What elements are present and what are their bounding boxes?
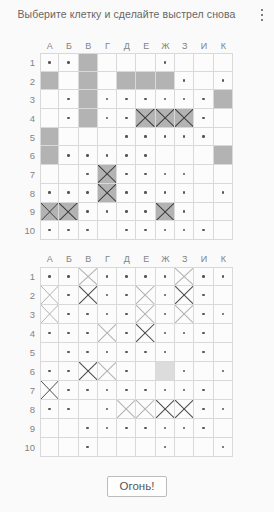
- enemy-cell-7-7[interactable]: [156, 381, 175, 400]
- enemy-cell-5-6[interactable]: [136, 343, 155, 362]
- enemy-cell-9-1[interactable]: [40, 419, 59, 438]
- shot-dot: [86, 173, 89, 176]
- own-cell-1-6: [136, 53, 155, 72]
- enemy-cell-7-9[interactable]: [194, 381, 213, 400]
- enemy-cell-3-3[interactable]: [79, 305, 98, 324]
- own-cell-4-10: [214, 109, 233, 128]
- enemy-cell-3-9[interactable]: [194, 305, 213, 324]
- enemy-cell-2-1[interactable]: [40, 286, 59, 305]
- enemy-cell-9-5[interactable]: [117, 419, 136, 438]
- own-cell-1-2: [59, 53, 78, 72]
- own-row-label-10: 10: [20, 221, 40, 240]
- enemy-cell-6-6[interactable]: [136, 362, 155, 381]
- enemy-cell-9-4[interactable]: [98, 419, 117, 438]
- shot-dot: [164, 135, 167, 138]
- shot-dot: [183, 173, 186, 176]
- enemy-cell-9-2[interactable]: [59, 419, 78, 438]
- enemy-cell-5-4[interactable]: [98, 343, 117, 362]
- own-cell-5-1: [40, 128, 59, 147]
- enemy-cell-9-7[interactable]: [156, 419, 175, 438]
- enemy-cell-10-3[interactable]: [79, 438, 98, 457]
- shot-dot: [164, 294, 167, 297]
- enemy-cell-4-9[interactable]: [194, 324, 213, 343]
- shot-dot: [183, 427, 186, 430]
- shot-dot: [86, 210, 89, 213]
- enemy-cell-8-7[interactable]: [156, 400, 175, 419]
- own-board: АБВГДЕЖЗИК12345678910: [20, 40, 274, 240]
- enemy-cell-4-5[interactable]: [117, 324, 136, 343]
- shot-dot: [106, 98, 109, 101]
- enemy-cell-7-10[interactable]: [214, 381, 233, 400]
- own-cell-7-9: [194, 165, 213, 184]
- enemy-cell-10-4[interactable]: [98, 438, 117, 457]
- enemy-col-label-4: Г: [98, 253, 117, 267]
- shot-dot: [106, 210, 109, 213]
- own-cell-9-7: [156, 203, 175, 222]
- own-cell-5-7: [156, 128, 175, 147]
- own-cell-1-7: [156, 53, 175, 72]
- enemy-cell-3-6[interactable]: [136, 305, 155, 324]
- shot-dot: [86, 389, 89, 392]
- enemy-cell-8-8[interactable]: [175, 400, 194, 419]
- enemy-cell-3-4[interactable]: [98, 305, 117, 324]
- own-row-label-6: 6: [20, 146, 40, 165]
- enemy-cell-1-1[interactable]: [40, 267, 59, 286]
- shot-dot: [67, 61, 70, 64]
- enemy-cell-8-6[interactable]: [136, 400, 155, 419]
- enemy-cell-4-10[interactable]: [214, 324, 233, 343]
- own-cell-7-6: [136, 165, 155, 184]
- shot-dot: [67, 313, 70, 316]
- own-cell-7-7: [156, 165, 175, 184]
- own-cell-9-4: [98, 203, 117, 222]
- shot-dot: [164, 351, 167, 354]
- shot-dot: [125, 135, 128, 138]
- enemy-cell-3-7[interactable]: [156, 305, 175, 324]
- enemy-cell-4-6[interactable]: [136, 324, 155, 343]
- own-row-label-5: 5: [20, 128, 40, 147]
- enemy-cell-10-10[interactable]: [214, 438, 233, 457]
- enemy-cell-10-5[interactable]: [117, 438, 136, 457]
- own-cell-10-9: [194, 221, 213, 240]
- shot-dot: [67, 191, 70, 194]
- own-cell-6-1: [40, 146, 59, 165]
- own-cell-1-1: [40, 53, 59, 72]
- enemy-cell-1-6[interactable]: [136, 267, 155, 286]
- own-cell-7-2: [59, 165, 78, 184]
- enemy-cell-4-4[interactable]: [98, 324, 117, 343]
- own-cell-4-8: [175, 109, 194, 128]
- enemy-cell-7-4[interactable]: [98, 381, 117, 400]
- shot-dot: [125, 191, 128, 194]
- shot-dot: [125, 427, 128, 430]
- shot-dot: [164, 332, 167, 335]
- button-row: Огонь!: [0, 476, 274, 497]
- enemy-col-label-1: А: [40, 253, 59, 267]
- shot-dot: [164, 229, 167, 232]
- enemy-cell-5-5[interactable]: [117, 343, 136, 362]
- shot-dot: [125, 275, 128, 278]
- enemy-cell-8-2[interactable]: [59, 400, 78, 419]
- enemy-cell-10-6[interactable]: [136, 438, 155, 457]
- own-cell-3-7: [156, 90, 175, 109]
- header: Выберите клетку и сделайте выстрел снова: [0, 0, 274, 35]
- own-cell-3-8: [175, 90, 194, 109]
- fire-button[interactable]: Огонь!: [107, 476, 168, 497]
- shot-dot: [106, 154, 109, 157]
- own-cell-3-5: [117, 90, 136, 109]
- enemy-col-label-5: Д: [117, 253, 136, 267]
- own-cell-3-3: [79, 90, 98, 109]
- enemy-cell-9-9[interactable]: [194, 419, 213, 438]
- shot-dot: [125, 173, 128, 176]
- enemy-cell-3-1[interactable]: [40, 305, 59, 324]
- shot-dot: [48, 191, 51, 194]
- own-cell-7-4: [98, 165, 117, 184]
- shot-dot: [106, 351, 109, 354]
- shot-dot: [222, 313, 225, 316]
- own-cell-4-4: [98, 109, 117, 128]
- enemy-cell-6-5[interactable]: [117, 362, 136, 381]
- enemy-cell-8-5[interactable]: [117, 400, 136, 419]
- shot-dot: [106, 408, 109, 411]
- own-cell-8-10: [214, 184, 233, 203]
- shot-dot: [86, 427, 89, 430]
- own-cell-4-1: [40, 109, 59, 128]
- shot-dot: [202, 294, 205, 297]
- enemy-cell-1-9[interactable]: [194, 267, 213, 286]
- own-cell-1-8: [175, 53, 194, 72]
- status-message: Выберите клетку и сделайте выстрел снова: [0, 5, 253, 20]
- enemy-cell-7-5[interactable]: [117, 381, 136, 400]
- enemy-cell-6-10[interactable]: [214, 362, 233, 381]
- own-cell-9-1: [40, 203, 59, 222]
- shot-dot: [202, 427, 205, 430]
- enemy-cell-5-1[interactable]: [40, 343, 59, 362]
- shot-dot: [183, 370, 186, 373]
- own-cell-5-6: [136, 128, 155, 147]
- enemy-row-label-4: 4: [20, 324, 40, 343]
- shot-dot: [164, 191, 167, 194]
- enemy-cell-8-4[interactable]: [98, 400, 117, 419]
- shot-dot: [67, 332, 70, 335]
- enemy-cell-5-7[interactable]: [156, 343, 175, 362]
- shot-dot: [183, 210, 186, 213]
- enemy-cell-2-6[interactable]: [136, 286, 155, 305]
- shot-dot: [144, 351, 147, 354]
- shot-dot: [164, 61, 167, 64]
- own-cell-9-6: [136, 203, 155, 222]
- enemy-cell-10-7[interactable]: [156, 438, 175, 457]
- shot-dot: [67, 294, 70, 297]
- enemy-col-label-6: Е: [136, 253, 155, 267]
- own-cell-1-9: [194, 53, 213, 72]
- own-col-label-1: А: [40, 40, 59, 53]
- shot-dot: [48, 408, 51, 411]
- shot-dot: [125, 117, 128, 120]
- own-cell-2-8: [175, 72, 194, 91]
- own-cell-9-8: [175, 203, 194, 222]
- own-cell-9-10: [214, 203, 233, 222]
- enemy-cell-3-2[interactable]: [59, 305, 78, 324]
- enemy-cell-1-10[interactable]: [214, 267, 233, 286]
- shot-dot: [125, 294, 128, 297]
- shot-dot: [67, 154, 70, 157]
- own-cell-2-7: [156, 72, 175, 91]
- own-row-label-9: 9: [20, 203, 40, 222]
- own-cell-10-7: [156, 221, 175, 240]
- shot-dot: [67, 351, 70, 354]
- shot-dot: [164, 275, 167, 278]
- own-cell-7-5: [117, 165, 136, 184]
- own-cell-6-8: [175, 146, 194, 165]
- enemy-cell-5-2[interactable]: [59, 343, 78, 362]
- enemy-cell-2-7[interactable]: [156, 286, 175, 305]
- shot-dot: [222, 191, 225, 194]
- own-row-label-1: 1: [20, 53, 40, 72]
- shot-dot: [125, 332, 128, 335]
- own-cell-7-10: [214, 165, 233, 184]
- own-cell-8-4: [98, 184, 117, 203]
- enemy-col-label-3: В: [79, 253, 98, 267]
- shot-dot: [106, 294, 109, 297]
- shot-dot: [144, 229, 147, 232]
- own-cell-2-4: [98, 72, 117, 91]
- enemy-cell-4-3[interactable]: [79, 324, 98, 343]
- enemy-cell-1-7[interactable]: [156, 267, 175, 286]
- enemy-cell-8-3[interactable]: [79, 400, 98, 419]
- shot-dot: [86, 446, 89, 449]
- shot-dot: [106, 275, 109, 278]
- enemy-cell-5-9[interactable]: [194, 343, 213, 362]
- own-cell-5-5: [117, 128, 136, 147]
- own-col-label-6: Е: [136, 40, 155, 53]
- own-col-label-8: З: [175, 40, 194, 53]
- enemy-cell-2-9[interactable]: [194, 286, 213, 305]
- shot-dot: [67, 117, 70, 120]
- own-cell-10-5: [117, 221, 136, 240]
- enemy-cell-2-4[interactable]: [98, 286, 117, 305]
- shot-dot: [222, 370, 225, 373]
- own-cell-6-2: [59, 146, 78, 165]
- enemy-cell-1-8[interactable]: [175, 267, 194, 286]
- shot-dot: [48, 332, 51, 335]
- own-cell-7-8: [175, 165, 194, 184]
- enemy-cell-6-8[interactable]: [175, 362, 194, 381]
- enemy-cell-3-10[interactable]: [214, 305, 233, 324]
- enemy-row-label-9: 9: [20, 419, 40, 438]
- enemy-cell-3-8[interactable]: [175, 305, 194, 324]
- enemy-cell-6-2[interactable]: [59, 362, 78, 381]
- shot-dot: [48, 61, 51, 64]
- enemy-cell-6-9[interactable]: [194, 362, 213, 381]
- shot-dot: [144, 191, 147, 194]
- own-cell-4-2: [59, 109, 78, 128]
- enemy-cell-1-2[interactable]: [59, 267, 78, 286]
- shot-dot: [86, 332, 89, 335]
- shot-dot: [202, 389, 205, 392]
- own-col-label-9: И: [194, 40, 213, 53]
- own-corner: [20, 40, 40, 53]
- shot-dot: [202, 135, 205, 138]
- shot-dot: [86, 313, 89, 316]
- own-col-label-2: Б: [59, 40, 78, 53]
- own-cell-8-1: [40, 184, 59, 203]
- own-cell-8-6: [136, 184, 155, 203]
- enemy-cell-7-1[interactable]: [40, 381, 59, 400]
- shot-dot: [222, 408, 225, 411]
- enemy-cell-10-2[interactable]: [59, 438, 78, 457]
- shot-dot: [48, 275, 51, 278]
- enemy-cell-6-1[interactable]: [40, 362, 59, 381]
- shot-dot: [144, 427, 147, 430]
- own-cell-1-10: [214, 53, 233, 72]
- enemy-cell-1-5[interactable]: [117, 267, 136, 286]
- own-col-label-5: Д: [117, 40, 136, 53]
- enemy-cell-2-10[interactable]: [214, 286, 233, 305]
- shot-dot: [183, 191, 186, 194]
- own-cell-8-9: [194, 184, 213, 203]
- enemy-cell-8-10[interactable]: [214, 400, 233, 419]
- shot-dot: [202, 351, 205, 354]
- enemy-cell-5-8[interactable]: [175, 343, 194, 362]
- shot-dot: [86, 191, 89, 194]
- overflow-menu-icon[interactable]: [253, 5, 271, 25]
- own-cell-1-4: [98, 53, 117, 72]
- own-col-label-4: Г: [98, 40, 117, 53]
- shot-dot: [125, 98, 128, 101]
- own-cell-3-1: [40, 90, 59, 109]
- enemy-cell-9-3[interactable]: [79, 419, 98, 438]
- enemy-cell-2-2[interactable]: [59, 286, 78, 305]
- own-cell-8-5: [117, 184, 136, 203]
- own-cell-10-10: [214, 221, 233, 240]
- shot-dot: [164, 446, 167, 449]
- own-cell-5-8: [175, 128, 194, 147]
- enemy-row-label-3: 3: [20, 305, 40, 324]
- enemy-cell-8-1[interactable]: [40, 400, 59, 419]
- own-cell-9-3: [79, 203, 98, 222]
- shot-dot: [48, 229, 51, 232]
- own-cell-6-5: [117, 146, 136, 165]
- shot-dot: [144, 173, 147, 176]
- own-cell-5-9: [194, 128, 213, 147]
- shot-dot: [164, 427, 167, 430]
- own-cell-5-10: [214, 128, 233, 147]
- shot-dot: [202, 332, 205, 335]
- enemy-col-label-7: Ж: [156, 253, 175, 267]
- shot-dot: [67, 229, 70, 232]
- enemy-cell-2-3[interactable]: [79, 286, 98, 305]
- enemy-cell-10-1[interactable]: [40, 438, 59, 457]
- own-cell-6-3: [79, 146, 98, 165]
- shot-dot: [202, 275, 205, 278]
- own-cell-6-9: [194, 146, 213, 165]
- shot-dot: [202, 117, 205, 120]
- enemy-cell-4-7[interactable]: [156, 324, 175, 343]
- enemy-cell-6-7[interactable]: [156, 362, 175, 381]
- shot-dot: [222, 446, 225, 449]
- own-cell-2-2: [59, 72, 78, 91]
- own-cell-9-9: [194, 203, 213, 222]
- own-row-label-4: 4: [20, 109, 40, 128]
- enemy-cell-5-3[interactable]: [79, 343, 98, 362]
- own-cell-3-9: [194, 90, 213, 109]
- own-cell-10-6: [136, 221, 155, 240]
- enemy-cell-4-1[interactable]: [40, 324, 59, 343]
- enemy-col-label-8: З: [175, 253, 194, 267]
- own-cell-6-7: [156, 146, 175, 165]
- enemy-cell-2-5[interactable]: [117, 286, 136, 305]
- enemy-row-label-8: 8: [20, 400, 40, 419]
- enemy-cell-3-5[interactable]: [117, 305, 136, 324]
- own-col-label-3: В: [79, 40, 98, 53]
- shot-dot: [202, 229, 205, 232]
- shot-dot: [106, 389, 109, 392]
- enemy-cell-9-6[interactable]: [136, 419, 155, 438]
- own-cell-4-3: [79, 109, 98, 128]
- enemy-cell-10-9[interactable]: [194, 438, 213, 457]
- own-cell-5-2: [59, 128, 78, 147]
- enemy-cell-7-2[interactable]: [59, 381, 78, 400]
- shot-dot: [67, 389, 70, 392]
- enemy-row-label-10: 10: [20, 438, 40, 457]
- enemy-cell-5-10[interactable]: [214, 343, 233, 362]
- shot-dot: [67, 275, 70, 278]
- enemy-cell-1-4[interactable]: [98, 267, 117, 286]
- own-cell-1-5: [117, 53, 136, 72]
- own-col-label-10: К: [214, 40, 233, 53]
- enemy-corner: [20, 253, 40, 267]
- own-cell-9-5: [117, 203, 136, 222]
- enemy-cell-1-3[interactable]: [79, 267, 98, 286]
- enemy-cell-9-8[interactable]: [175, 419, 194, 438]
- enemy-row-label-2: 2: [20, 286, 40, 305]
- own-cell-10-4: [98, 221, 117, 240]
- enemy-cell-4-8[interactable]: [175, 324, 194, 343]
- enemy-cell-2-8[interactable]: [175, 286, 194, 305]
- shot-dot: [222, 275, 225, 278]
- shot-dot: [125, 313, 128, 316]
- enemy-cell-6-3[interactable]: [79, 362, 98, 381]
- enemy-cell-4-2[interactable]: [59, 324, 78, 343]
- own-cell-2-9: [194, 72, 213, 91]
- enemy-cell-9-10[interactable]: [214, 419, 233, 438]
- shot-dot: [164, 173, 167, 176]
- shot-dot: [106, 313, 109, 316]
- enemy-cell-7-6[interactable]: [136, 381, 155, 400]
- enemy-row-label-5: 5: [20, 343, 40, 362]
- enemy-cell-7-8[interactable]: [175, 381, 194, 400]
- shot-dot: [144, 210, 147, 213]
- enemy-cell-6-4[interactable]: [98, 362, 117, 381]
- own-cell-2-6: [136, 72, 155, 91]
- own-cell-2-3: [79, 72, 98, 91]
- own-cell-8-8: [175, 184, 194, 203]
- shot-dot: [86, 154, 89, 157]
- enemy-cell-8-9[interactable]: [194, 400, 213, 419]
- shot-dot: [183, 79, 186, 82]
- shot-dot: [202, 98, 205, 101]
- enemy-cell-7-3[interactable]: [79, 381, 98, 400]
- shot-dot: [144, 135, 147, 138]
- own-cell-3-2: [59, 90, 78, 109]
- shot-dot: [125, 351, 128, 354]
- shot-dot: [183, 135, 186, 138]
- enemy-cell-10-8[interactable]: [175, 438, 194, 457]
- shot-dot: [183, 98, 186, 101]
- own-row-label-3: 3: [20, 90, 40, 109]
